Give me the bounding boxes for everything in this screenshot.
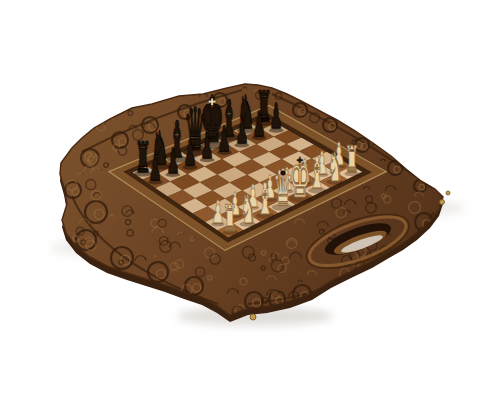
pieces-layer: ♜♞♝♛♚✚♝♞♜♟♟♟♟♟♟♟♟♟♟♟♟♟♟♟♟♜♞♝♛♚✚♝♞♜ [0,0,500,400]
black-king-light-cross-finial: ✚ [208,97,216,106]
black-pawn[interactable]: ♟ [166,144,180,179]
white-bishop[interactable]: ♝ [309,152,326,196]
black-pawn[interactable]: ♟ [235,115,249,150]
black-pawn[interactable]: ♟ [252,107,266,142]
white-rook[interactable]: ♜ [223,200,237,237]
black-pawn[interactable]: ♟ [149,151,163,186]
black-pawn[interactable]: ♟ [200,129,214,164]
white-queen-dark-ball-finial [280,171,285,176]
white-king-dark-cross-finial: ✚ [297,157,304,165]
black-pawn[interactable]: ♟ [183,137,197,172]
white-knight[interactable]: ♞ [327,147,343,187]
black-pawn[interactable]: ♟ [218,122,232,157]
white-rook[interactable]: ♜ [345,142,359,179]
white-knight[interactable]: ♞ [240,189,256,229]
product-photo-stage: ♜♞♝♛♚✚♝♞♜♟♟♟♟♟♟♟♟♟♟♟♟♟♟♟♟♜♞♝♛♚✚♝♞♜ Carve… [0,0,500,400]
black-pawn[interactable]: ♟ [270,100,284,135]
white-bishop[interactable]: ♝ [257,177,274,221]
